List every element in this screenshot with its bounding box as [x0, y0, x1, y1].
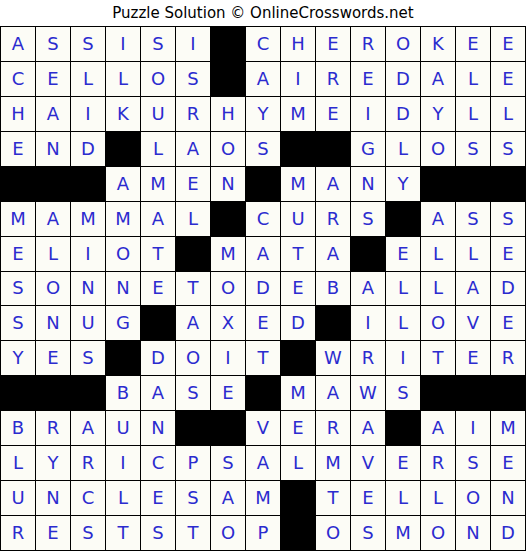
- letter-cell-1-5: S: [141, 27, 175, 61]
- letter-cell-15-11: S: [351, 516, 385, 550]
- letter-cell-7-1: E: [1, 237, 35, 271]
- block-cell-5-3: [71, 167, 105, 201]
- letter-cell-4-15: S: [491, 132, 525, 166]
- letter-cell-3-12: D: [386, 97, 420, 131]
- letter-cell-7-3: I: [71, 237, 105, 271]
- letter-cell-5-11: N: [351, 167, 385, 201]
- letter-cell-10-2: E: [36, 341, 70, 375]
- letter-cell-5-10: A: [316, 167, 350, 201]
- letter-cell-2-12: D: [386, 62, 420, 96]
- block-cell-5-8: [246, 167, 280, 201]
- letter-cell-8-2: O: [36, 272, 70, 306]
- letter-cell-11-7: E: [211, 376, 245, 410]
- letter-cell-2-3: L: [71, 62, 105, 96]
- letter-cell-9-6: A: [176, 306, 210, 340]
- letter-cell-8-7: O: [211, 272, 245, 306]
- letter-cell-6-2: A: [36, 202, 70, 236]
- letter-cell-11-4: B: [106, 376, 140, 410]
- letter-cell-8-1: S: [1, 272, 35, 306]
- block-cell-7-11: [351, 237, 385, 271]
- letter-cell-4-6: A: [176, 132, 210, 166]
- letter-cell-3-8: Y: [246, 97, 280, 131]
- letter-cell-8-10: B: [316, 272, 350, 306]
- letter-cell-15-8: P: [246, 516, 280, 550]
- letter-cell-15-15: D: [491, 516, 525, 550]
- letter-cell-9-11: I: [351, 306, 385, 340]
- letter-cell-4-11: G: [351, 132, 385, 166]
- letter-cell-1-13: K: [421, 27, 455, 61]
- letter-cell-10-7: I: [211, 341, 245, 375]
- letter-cell-6-3: M: [71, 202, 105, 236]
- letter-cell-1-2: S: [36, 27, 70, 61]
- letter-cell-3-9: M: [281, 97, 315, 131]
- letter-cell-15-3: S: [71, 516, 105, 550]
- letter-cell-7-15: E: [491, 237, 525, 271]
- letter-cell-1-4: I: [106, 27, 140, 61]
- letter-cell-11-10: A: [316, 376, 350, 410]
- letter-cell-4-1: E: [1, 132, 35, 166]
- letter-cell-2-6: S: [176, 62, 210, 96]
- letter-cell-1-8: C: [246, 27, 280, 61]
- letter-cell-13-10: M: [316, 446, 350, 480]
- letter-cell-11-6: S: [176, 376, 210, 410]
- letter-cell-5-12: Y: [386, 167, 420, 201]
- letter-cell-9-3: U: [71, 306, 105, 340]
- letter-cell-14-8: M: [246, 481, 280, 515]
- crossword-grid: ASSISICHEROKEECELLOSAIREDALEHAIKURHYMEID…: [0, 26, 526, 551]
- letter-cell-10-13: T: [421, 341, 455, 375]
- letter-cell-12-1: B: [1, 411, 35, 445]
- block-cell-12-12: [386, 411, 420, 445]
- letter-cell-3-1: H: [1, 97, 35, 131]
- letter-cell-1-9: H: [281, 27, 315, 61]
- block-cell-2-7: [211, 62, 245, 96]
- letter-cell-4-3: D: [71, 132, 105, 166]
- letter-cell-15-10: O: [316, 516, 350, 550]
- letter-cell-7-7: M: [211, 237, 245, 271]
- letter-cell-8-11: A: [351, 272, 385, 306]
- letter-cell-7-12: E: [386, 237, 420, 271]
- letter-cell-3-5: U: [141, 97, 175, 131]
- letter-cell-3-11: I: [351, 97, 385, 131]
- letter-cell-6-6: L: [176, 202, 210, 236]
- letter-cell-7-2: L: [36, 237, 70, 271]
- letter-cell-4-2: N: [36, 132, 70, 166]
- letter-cell-14-7: A: [211, 481, 245, 515]
- letter-cell-4-12: L: [386, 132, 420, 166]
- letter-cell-5-6: E: [176, 167, 210, 201]
- letter-cell-3-6: R: [176, 97, 210, 131]
- letter-cell-11-5: A: [141, 376, 175, 410]
- block-cell-12-6: [176, 411, 210, 445]
- letter-cell-1-1: A: [1, 27, 35, 61]
- letter-cell-11-11: W: [351, 376, 385, 410]
- letter-cell-14-15: N: [491, 481, 525, 515]
- letter-cell-8-9: E: [281, 272, 315, 306]
- letter-cell-14-6: S: [176, 481, 210, 515]
- letter-cell-4-8: S: [246, 132, 280, 166]
- block-cell-15-9: [281, 516, 315, 550]
- letter-cell-13-9: L: [281, 446, 315, 480]
- letter-cell-10-8: T: [246, 341, 280, 375]
- letter-cell-8-14: A: [456, 272, 490, 306]
- letter-cell-14-5: E: [141, 481, 175, 515]
- letter-cell-7-8: A: [246, 237, 280, 271]
- letter-cell-14-10: T: [316, 481, 350, 515]
- letter-cell-12-3: A: [71, 411, 105, 445]
- letter-cell-9-2: N: [36, 306, 70, 340]
- letter-cell-14-14: O: [456, 481, 490, 515]
- letter-cell-8-5: E: [141, 272, 175, 306]
- letter-cell-10-1: Y: [1, 341, 35, 375]
- block-cell-7-6: [176, 237, 210, 271]
- letter-cell-8-8: D: [246, 272, 280, 306]
- letter-cell-13-6: P: [176, 446, 210, 480]
- letter-cell-2-2: E: [36, 62, 70, 96]
- letter-cell-11-9: M: [281, 376, 315, 410]
- letter-cell-9-12: L: [386, 306, 420, 340]
- letter-cell-12-14: I: [456, 411, 490, 445]
- letter-cell-13-7: S: [211, 446, 245, 480]
- letter-cell-8-15: D: [491, 272, 525, 306]
- letter-cell-6-11: S: [351, 202, 385, 236]
- letter-cell-1-14: E: [456, 27, 490, 61]
- block-cell-11-14: [456, 376, 490, 410]
- letter-cell-8-6: T: [176, 272, 210, 306]
- letter-cell-12-13: A: [421, 411, 455, 445]
- letter-cell-2-14: L: [456, 62, 490, 96]
- letter-cell-9-15: E: [491, 306, 525, 340]
- letter-cell-12-11: A: [351, 411, 385, 445]
- block-cell-11-3: [71, 376, 105, 410]
- letter-cell-12-4: U: [106, 411, 140, 445]
- letter-cell-12-8: V: [246, 411, 280, 445]
- block-cell-11-1: [1, 376, 35, 410]
- letter-cell-13-11: V: [351, 446, 385, 480]
- letter-cell-6-14: S: [456, 202, 490, 236]
- block-cell-6-7: [211, 202, 245, 236]
- letter-cell-13-2: Y: [36, 446, 70, 480]
- letter-cell-14-11: E: [351, 481, 385, 515]
- letter-cell-1-15: E: [491, 27, 525, 61]
- puzzle-solution-page: Puzzle Solution © OnlineCrosswords.net A…: [0, 0, 526, 551]
- letter-cell-12-2: R: [36, 411, 70, 445]
- letter-cell-6-15: S: [491, 202, 525, 236]
- letter-cell-4-5: L: [141, 132, 175, 166]
- letter-cell-13-12: E: [386, 446, 420, 480]
- letter-cell-14-4: L: [106, 481, 140, 515]
- letter-cell-12-5: N: [141, 411, 175, 445]
- letter-cell-14-12: L: [386, 481, 420, 515]
- letter-cell-6-9: U: [281, 202, 315, 236]
- letter-cell-10-11: R: [351, 341, 385, 375]
- letter-cell-9-14: V: [456, 306, 490, 340]
- block-cell-14-9: [281, 481, 315, 515]
- letter-cell-13-4: I: [106, 446, 140, 480]
- block-cell-9-10: [316, 306, 350, 340]
- letter-cell-13-14: S: [456, 446, 490, 480]
- letter-cell-3-14: L: [456, 97, 490, 131]
- letter-cell-1-6: I: [176, 27, 210, 61]
- block-cell-11-8: [246, 376, 280, 410]
- letter-cell-13-8: A: [246, 446, 280, 480]
- letter-cell-15-2: E: [36, 516, 70, 550]
- block-cell-12-7: [211, 411, 245, 445]
- block-cell-5-13: [421, 167, 455, 201]
- letter-cell-13-1: L: [1, 446, 35, 480]
- letter-cell-3-2: A: [36, 97, 70, 131]
- letter-cell-14-13: L: [421, 481, 455, 515]
- letter-cell-4-14: S: [456, 132, 490, 166]
- letter-cell-3-3: I: [71, 97, 105, 131]
- block-cell-10-9: [281, 341, 315, 375]
- block-cell-5-15: [491, 167, 525, 201]
- letter-cell-12-9: E: [281, 411, 315, 445]
- letter-cell-8-12: L: [386, 272, 420, 306]
- block-cell-9-5: [141, 306, 175, 340]
- letter-cell-15-14: N: [456, 516, 490, 550]
- letter-cell-15-4: T: [106, 516, 140, 550]
- letter-cell-3-15: L: [491, 97, 525, 131]
- letter-cell-15-6: T: [176, 516, 210, 550]
- letter-cell-10-10: W: [316, 341, 350, 375]
- letter-cell-8-13: L: [421, 272, 455, 306]
- block-cell-4-9: [281, 132, 315, 166]
- letter-cell-3-10: E: [316, 97, 350, 131]
- block-cell-5-1: [1, 167, 35, 201]
- block-cell-4-4: [106, 132, 140, 166]
- letter-cell-9-8: E: [246, 306, 280, 340]
- letter-cell-2-8: A: [246, 62, 280, 96]
- letter-cell-6-1: M: [1, 202, 35, 236]
- letter-cell-13-5: C: [141, 446, 175, 480]
- letter-cell-6-4: M: [106, 202, 140, 236]
- page-title: Puzzle Solution © OnlineCrosswords.net: [0, 0, 526, 26]
- letter-cell-9-7: X: [211, 306, 245, 340]
- letter-cell-8-4: N: [106, 272, 140, 306]
- letter-cell-14-2: N: [36, 481, 70, 515]
- block-cell-4-10: [316, 132, 350, 166]
- letter-cell-7-4: O: [106, 237, 140, 271]
- block-cell-5-14: [456, 167, 490, 201]
- block-cell-11-2: [36, 376, 70, 410]
- letter-cell-15-12: M: [386, 516, 420, 550]
- letter-cell-1-3: S: [71, 27, 105, 61]
- letter-cell-3-13: Y: [421, 97, 455, 131]
- letter-cell-14-3: C: [71, 481, 105, 515]
- block-cell-5-2: [36, 167, 70, 201]
- letter-cell-4-13: O: [421, 132, 455, 166]
- letter-cell-2-9: I: [281, 62, 315, 96]
- letter-cell-2-11: E: [351, 62, 385, 96]
- block-cell-1-7: [211, 27, 245, 61]
- letter-cell-10-15: R: [491, 341, 525, 375]
- letter-cell-6-10: R: [316, 202, 350, 236]
- letter-cell-5-7: N: [211, 167, 245, 201]
- letter-cell-12-10: R: [316, 411, 350, 445]
- letter-cell-9-9: D: [281, 306, 315, 340]
- letter-cell-10-12: I: [386, 341, 420, 375]
- letter-cell-2-15: E: [491, 62, 525, 96]
- letter-cell-9-13: O: [421, 306, 455, 340]
- letter-cell-2-5: O: [141, 62, 175, 96]
- letter-cell-9-4: G: [106, 306, 140, 340]
- letter-cell-12-15: M: [491, 411, 525, 445]
- block-cell-11-15: [491, 376, 525, 410]
- letter-cell-7-10: A: [316, 237, 350, 271]
- letter-cell-2-4: L: [106, 62, 140, 96]
- block-cell-10-4: [106, 341, 140, 375]
- letter-cell-5-5: M: [141, 167, 175, 201]
- letter-cell-7-5: T: [141, 237, 175, 271]
- letter-cell-2-10: R: [316, 62, 350, 96]
- letter-cell-2-1: C: [1, 62, 35, 96]
- letter-cell-2-13: A: [421, 62, 455, 96]
- letter-cell-6-13: A: [421, 202, 455, 236]
- letter-cell-15-1: R: [1, 516, 35, 550]
- block-cell-6-12: [386, 202, 420, 236]
- letter-cell-10-3: S: [71, 341, 105, 375]
- block-cell-11-13: [421, 376, 455, 410]
- letter-cell-15-5: S: [141, 516, 175, 550]
- letter-cell-6-5: A: [141, 202, 175, 236]
- letter-cell-10-14: E: [456, 341, 490, 375]
- letter-cell-1-10: E: [316, 27, 350, 61]
- letter-cell-7-9: T: [281, 237, 315, 271]
- letter-cell-13-15: E: [491, 446, 525, 480]
- letter-cell-3-4: K: [106, 97, 140, 131]
- letter-cell-1-11: R: [351, 27, 385, 61]
- letter-cell-5-4: A: [106, 167, 140, 201]
- letter-cell-14-1: U: [1, 481, 35, 515]
- letter-cell-11-12: S: [386, 376, 420, 410]
- letter-cell-15-13: O: [421, 516, 455, 550]
- letter-cell-15-7: O: [211, 516, 245, 550]
- letter-cell-3-7: H: [211, 97, 245, 131]
- letter-cell-1-12: O: [386, 27, 420, 61]
- letter-cell-10-5: D: [141, 341, 175, 375]
- letter-cell-13-13: R: [421, 446, 455, 480]
- letter-cell-5-9: M: [281, 167, 315, 201]
- letter-cell-13-3: R: [71, 446, 105, 480]
- letter-cell-10-6: O: [176, 341, 210, 375]
- letter-cell-7-14: L: [456, 237, 490, 271]
- letter-cell-6-8: C: [246, 202, 280, 236]
- letter-cell-7-13: L: [421, 237, 455, 271]
- letter-cell-4-7: O: [211, 132, 245, 166]
- letter-cell-8-3: N: [71, 272, 105, 306]
- letter-cell-9-1: S: [1, 306, 35, 340]
